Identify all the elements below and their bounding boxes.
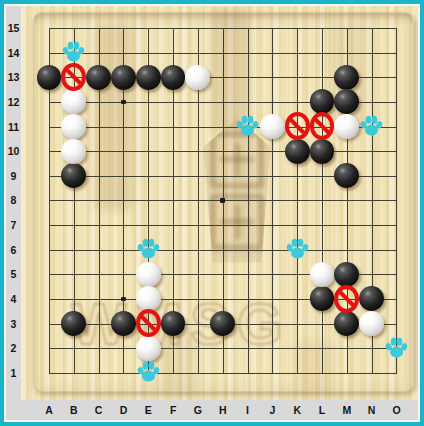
col-label: J: [269, 404, 275, 416]
white-stone: ○: [185, 65, 210, 90]
illegal-move-marker: [136, 311, 161, 336]
col-label: G: [194, 404, 202, 416]
black-stone: ●: [310, 139, 335, 164]
hint-paw-icon[interactable]: [359, 114, 384, 139]
white-stone: ○: [136, 262, 161, 287]
black-stone: ●: [334, 163, 359, 188]
star-point: [111, 287, 136, 312]
col-label: K: [293, 404, 301, 416]
black-stone: ●: [111, 311, 136, 336]
black-stone: ●: [210, 311, 235, 336]
hint-paw-icon[interactable]: [61, 40, 86, 65]
illegal-move-marker: [334, 287, 359, 312]
hint-paw-icon[interactable]: [136, 237, 161, 262]
black-stone: ●: [61, 311, 86, 336]
white-stone: ○: [61, 90, 86, 115]
black-stone: ●: [310, 287, 335, 312]
star-point: [210, 188, 235, 213]
black-stone: ●: [334, 262, 359, 287]
hint-paw-icon[interactable]: [384, 336, 409, 361]
board-grid[interactable]: ●●●●●●●●●●●●●●●●●●●●○○○○○○○○○○○: [37, 16, 409, 385]
white-stone: ○: [359, 311, 384, 336]
goban[interactable]: WMSG ●●●●●●●●●●●●●●●●●●●●○○○○○○○○○○○: [21, 6, 418, 400]
row-label: 2: [6, 342, 21, 354]
row-label: 15: [6, 22, 21, 34]
col-label: O: [392, 404, 400, 416]
col-label: D: [120, 404, 128, 416]
row-label: 3: [6, 318, 21, 330]
col-label: F: [170, 404, 176, 416]
col-label: I: [246, 404, 249, 416]
white-stone: ○: [310, 262, 335, 287]
row-label: 9: [6, 170, 21, 182]
star-point: [111, 90, 136, 115]
row-label: 4: [6, 293, 21, 305]
illegal-move-marker: [285, 114, 310, 139]
row-label: 10: [6, 145, 21, 157]
black-stone: ●: [136, 65, 161, 90]
hint-paw-icon[interactable]: [136, 360, 161, 385]
white-stone: ○: [334, 114, 359, 139]
illegal-move-marker: [61, 65, 86, 90]
row-label: 5: [6, 268, 21, 280]
black-stone: ●: [334, 311, 359, 336]
black-stone: ●: [161, 65, 186, 90]
row-label: 8: [6, 194, 21, 206]
white-stone: ○: [61, 139, 86, 164]
board-frame: WMSG ●●●●●●●●●●●●●●●●●●●●○○○○○○○○○○○ 151…: [4, 4, 420, 422]
white-stone: ○: [136, 336, 161, 361]
col-label: H: [219, 404, 227, 416]
white-stone: ○: [136, 287, 161, 312]
black-stone: ●: [37, 65, 62, 90]
col-label: L: [319, 404, 325, 416]
row-label: 6: [6, 244, 21, 256]
black-stone: ●: [310, 90, 335, 115]
white-stone: ○: [260, 114, 285, 139]
row-label: 1: [6, 367, 21, 379]
row-label: 14: [6, 47, 21, 59]
black-stone: ●: [61, 163, 86, 188]
white-stone: ○: [61, 114, 86, 139]
col-label: A: [45, 404, 53, 416]
black-stone: ●: [161, 311, 186, 336]
black-stone: ●: [86, 65, 111, 90]
col-label: C: [95, 404, 103, 416]
col-label: M: [342, 404, 351, 416]
hint-paw-icon[interactable]: [285, 237, 310, 262]
black-stone: ●: [285, 139, 310, 164]
black-stone: ●: [334, 65, 359, 90]
row-label: 13: [6, 71, 21, 83]
illegal-move-marker: [310, 114, 335, 139]
row-label: 11: [6, 121, 21, 133]
black-stone: ●: [334, 90, 359, 115]
black-stone: ●: [359, 287, 384, 312]
hint-paw-icon[interactable]: [235, 114, 260, 139]
row-label: 12: [6, 96, 21, 108]
col-label: B: [70, 404, 78, 416]
col-label: E: [145, 404, 152, 416]
col-label: N: [368, 404, 376, 416]
black-stone: ●: [111, 65, 136, 90]
go-app-window: WMSG ●●●●●●●●●●●●●●●●●●●●○○○○○○○○○○○ 151…: [0, 0, 424, 426]
row-label: 7: [6, 219, 21, 231]
